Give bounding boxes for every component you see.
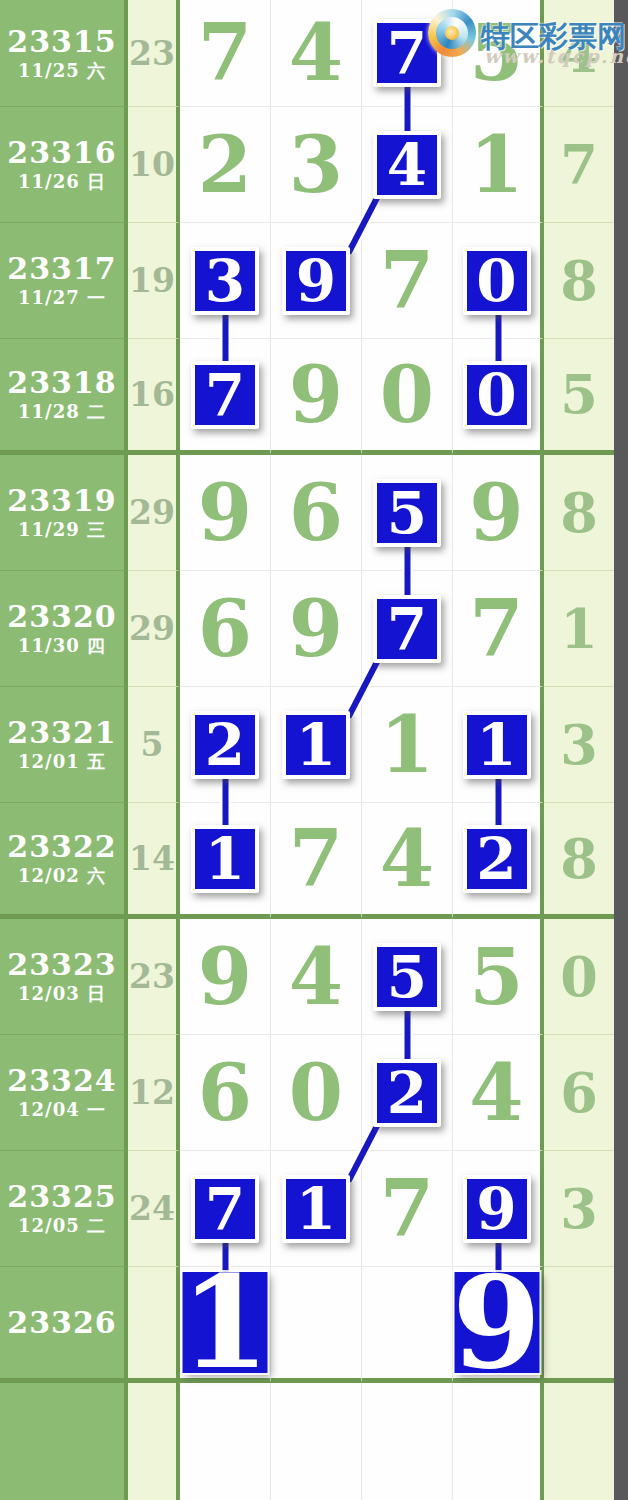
digit-cell: 2	[180, 687, 271, 803]
digit-cell: 4	[271, 0, 362, 107]
issue-cell: 2332112/01 五	[0, 687, 128, 803]
digit-cell: 1	[271, 1151, 362, 1267]
tail-cell: 8	[544, 803, 614, 919]
issue-cell: 2332412/04 一	[0, 1035, 128, 1151]
digit-cell: 7	[362, 0, 453, 107]
digit-cell: 2	[362, 1035, 453, 1151]
issue-cell: 2331811/28 二	[0, 339, 128, 455]
highlighted-digit-box: 5	[373, 943, 441, 1011]
digit-value: 4	[289, 14, 343, 92]
tail-cell: 4	[544, 0, 614, 107]
draw-date: 11/26 日	[18, 173, 106, 191]
tail-cell: 3	[544, 687, 614, 803]
draw-date: 11/27 一	[18, 289, 106, 307]
sum-cell: 5	[128, 687, 180, 803]
highlighted-digit-box: 2	[373, 1059, 441, 1127]
highlighted-digit-box-large: 9	[454, 1272, 539, 1373]
table-row: 2331711/27 一1939708	[0, 223, 614, 339]
digit-cell: 9	[271, 339, 362, 455]
draw-date: 12/05 二	[18, 1217, 106, 1235]
digit-cell: 7	[453, 571, 544, 687]
table-row: 2332619	[0, 1267, 614, 1383]
digit-cell: 7	[180, 339, 271, 455]
digit-cell: 7	[362, 571, 453, 687]
highlighted-digit-box: 7	[373, 595, 441, 663]
digit-cell: 0	[453, 223, 544, 339]
digit-cell: 1	[453, 107, 544, 223]
digit-value: 5	[469, 14, 523, 92]
digit-value: 4	[289, 938, 343, 1016]
issue-cell: 2332512/05 二	[0, 1151, 128, 1267]
table-row	[0, 1383, 614, 1500]
sum-cell	[128, 1383, 180, 1500]
sum-cell: 29	[128, 455, 180, 571]
issue-number: 23318	[7, 368, 116, 398]
digit-value: 0	[380, 356, 434, 434]
digit-cell: 2	[180, 107, 271, 223]
digit-cell: 6	[180, 1035, 271, 1151]
digit-cell: 5	[362, 919, 453, 1035]
digit-cell: 7	[362, 1151, 453, 1267]
highlighted-digit-box: 2	[463, 825, 531, 893]
digit-value: 1	[380, 706, 434, 784]
digit-cell: 5	[453, 0, 544, 107]
digit-value: 6	[198, 590, 252, 668]
tail-cell: 1	[544, 571, 614, 687]
digit-cell: 7	[271, 803, 362, 919]
table-row: 2332412/04 一1260246	[0, 1035, 614, 1151]
sum-cell: 23	[128, 0, 180, 107]
tail-cell: 3	[544, 1151, 614, 1267]
table-row: 2331611/26 日1023417	[0, 107, 614, 223]
tail-cell: 8	[544, 455, 614, 571]
digit-cell: 4	[271, 919, 362, 1035]
tail-cell: 5	[544, 339, 614, 455]
issue-number: 23315	[7, 27, 116, 57]
digit-value: 0	[289, 1054, 343, 1132]
highlighted-digit-box: 0	[463, 247, 531, 315]
tail-cell	[544, 1383, 614, 1500]
sum-cell: 24	[128, 1151, 180, 1267]
digit-value: 7	[380, 1170, 434, 1248]
digit-value: 7	[469, 590, 523, 668]
table-row: 2332212/02 六1417428	[0, 803, 614, 919]
digit-cell: 3	[180, 223, 271, 339]
digit-value: 9	[198, 938, 252, 1016]
draw-date: 12/01 五	[18, 753, 106, 771]
digit-cell: 7	[180, 0, 271, 107]
digit-cell: 7	[362, 223, 453, 339]
issue-number: 23323	[7, 950, 116, 980]
issue-number: 23322	[7, 832, 116, 862]
digit-cell	[453, 1383, 544, 1500]
draw-date: 12/03 日	[18, 985, 106, 1003]
digit-value: 9	[289, 356, 343, 434]
highlighted-digit-box: 9	[282, 247, 350, 315]
sum-cell: 14	[128, 803, 180, 919]
digit-cell: 4	[453, 1035, 544, 1151]
digit-value: 7	[198, 14, 252, 92]
table-row: 2332112/01 五521113	[0, 687, 614, 803]
table-row: 2331811/28 二1679005	[0, 339, 614, 455]
digit-value: 3	[289, 126, 343, 204]
sum-cell: 19	[128, 223, 180, 339]
draw-date: 12/04 一	[18, 1101, 106, 1119]
draw-date: 11/30 四	[18, 637, 106, 655]
digit-value: 1	[469, 126, 523, 204]
lottery-trend-screenshot: { "game": "lottery-number-trend-chart (C…	[0, 0, 628, 1500]
table-row: 2331911/29 三2996598	[0, 455, 614, 571]
digit-cell: 9	[180, 455, 271, 571]
digit-cell	[362, 1383, 453, 1500]
digit-value: 9	[198, 474, 252, 552]
digit-cell: 6	[271, 455, 362, 571]
digit-cell	[271, 1383, 362, 1500]
digit-cell	[271, 1267, 362, 1383]
sum-cell: 12	[128, 1035, 180, 1151]
issue-cell: 2331711/27 一	[0, 223, 128, 339]
issue-cell: 2331911/29 三	[0, 455, 128, 571]
digit-cell	[180, 1383, 271, 1500]
issue-cell: 2332312/03 日	[0, 919, 128, 1035]
issue-cell: 2331511/25 六	[0, 0, 128, 107]
sum-cell: 16	[128, 339, 180, 455]
draw-date: 11/28 二	[18, 403, 106, 421]
digit-value: 7	[289, 820, 343, 898]
highlighted-digit-box: 0	[463, 361, 531, 429]
digit-value: 6	[289, 474, 343, 552]
digit-cell: 9	[453, 1267, 544, 1383]
highlighted-digit-box: 1	[463, 711, 531, 779]
issue-cell: 2332011/30 四	[0, 571, 128, 687]
digit-cell: 4	[362, 803, 453, 919]
issue-number: 23316	[7, 138, 116, 168]
sum-cell: 29	[128, 571, 180, 687]
digit-value: 5	[469, 938, 523, 1016]
draw-date: 11/29 三	[18, 521, 106, 539]
digit-cell: 1	[271, 687, 362, 803]
issue-cell: 23326	[0, 1267, 128, 1383]
highlighted-digit-box: 1	[282, 711, 350, 779]
sum-cell	[128, 1267, 180, 1383]
tail-cell: 6	[544, 1035, 614, 1151]
digit-cell: 4	[362, 107, 453, 223]
digit-cell	[362, 1267, 453, 1383]
tail-cell	[544, 1267, 614, 1383]
issue-number: 23320	[7, 602, 116, 632]
digit-cell: 9	[180, 919, 271, 1035]
digit-value: 2	[198, 126, 252, 204]
digit-cell: 1	[362, 687, 453, 803]
tail-cell: 7	[544, 107, 614, 223]
table-row: 2331511/25 六2374754	[0, 0, 614, 107]
highlighted-digit-box-large: 1	[183, 1272, 268, 1373]
table-row: 2332312/03 日2394550	[0, 919, 614, 1035]
highlighted-digit-box: 5	[373, 479, 441, 547]
digit-cell: 9	[271, 571, 362, 687]
highlighted-digit-box: 7	[191, 361, 259, 429]
digit-value: 7	[380, 242, 434, 320]
digit-value: 4	[469, 1054, 523, 1132]
draw-date: 12/02 六	[18, 867, 106, 885]
draw-date: 11/25 六	[18, 62, 106, 80]
digit-cell: 5	[453, 919, 544, 1035]
sum-cell: 23	[128, 919, 180, 1035]
digit-cell: 1	[180, 1267, 271, 1383]
digit-value: 9	[289, 590, 343, 668]
digit-cell: 2	[453, 803, 544, 919]
issue-cell	[0, 1383, 128, 1500]
issue-number: 23324	[7, 1066, 116, 1096]
digit-cell: 6	[180, 571, 271, 687]
highlighted-digit-box: 7	[191, 1175, 259, 1243]
highlighted-digit-box: 9	[463, 1175, 531, 1243]
digit-value: 9	[469, 474, 523, 552]
digit-cell: 5	[362, 455, 453, 571]
digit-cell: 3	[271, 107, 362, 223]
highlighted-digit-box: 3	[191, 247, 259, 315]
trend-table: 2331511/25 六23747542331611/26 日102341723…	[0, 0, 614, 1500]
highlighted-digit-box: 7	[373, 19, 441, 87]
highlighted-digit-box: 2	[191, 711, 259, 779]
highlighted-digit-box: 4	[373, 131, 441, 199]
issue-number: 23325	[7, 1182, 116, 1212]
issue-number: 23321	[7, 718, 116, 748]
issue-cell: 2332212/02 六	[0, 803, 128, 919]
digit-cell: 1	[453, 687, 544, 803]
issue-number: 23317	[7, 254, 116, 284]
digit-cell: 9	[271, 223, 362, 339]
tail-cell: 8	[544, 223, 614, 339]
digit-value: 4	[380, 820, 434, 898]
highlighted-digit-box: 1	[282, 1175, 350, 1243]
digit-cell: 1	[180, 803, 271, 919]
digit-cell: 0	[453, 339, 544, 455]
digit-value: 6	[198, 1054, 252, 1132]
tail-cell: 0	[544, 919, 614, 1035]
issue-number: 23326	[7, 1308, 116, 1338]
issue-number: 23319	[7, 486, 116, 516]
digit-cell: 0	[271, 1035, 362, 1151]
digit-cell: 9	[453, 455, 544, 571]
table-row: 2332011/30 四2969771	[0, 571, 614, 687]
digit-cell: 0	[362, 339, 453, 455]
highlighted-digit-box: 1	[191, 825, 259, 893]
sum-cell: 10	[128, 107, 180, 223]
issue-cell: 2331611/26 日	[0, 107, 128, 223]
